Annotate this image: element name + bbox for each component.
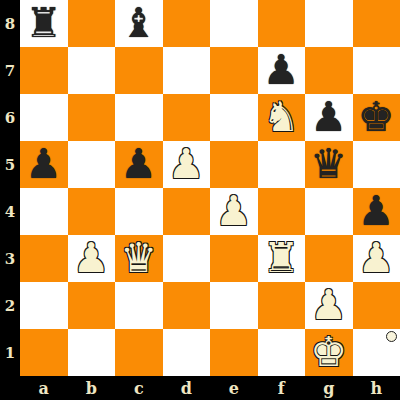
square-a4[interactable] bbox=[20, 188, 68, 235]
file-label-d: d bbox=[163, 376, 211, 400]
square-e7[interactable] bbox=[210, 47, 258, 94]
square-f5[interactable] bbox=[258, 141, 306, 188]
square-g2[interactable]: ♟ bbox=[305, 282, 353, 329]
square-e2[interactable] bbox=[210, 282, 258, 329]
square-h3[interactable]: ♟ bbox=[353, 235, 400, 282]
square-c6[interactable] bbox=[115, 94, 163, 141]
piece-white-king[interactable]: ♚ bbox=[310, 329, 347, 376]
square-f7[interactable]: ♟ bbox=[258, 47, 306, 94]
square-g6[interactable]: ♟ bbox=[305, 94, 353, 141]
piece-white-pawn[interactable]: ♟ bbox=[168, 141, 205, 188]
square-c5[interactable]: ♟ bbox=[115, 141, 163, 188]
file-label-b: b bbox=[68, 376, 116, 400]
square-c7[interactable] bbox=[115, 47, 163, 94]
piece-black-queen[interactable]: ♛ bbox=[310, 141, 347, 188]
rank-label-5: 5 bbox=[0, 141, 20, 188]
piece-black-pawn[interactable]: ♟ bbox=[310, 94, 347, 141]
square-d1[interactable] bbox=[163, 329, 211, 376]
square-d2[interactable] bbox=[163, 282, 211, 329]
square-h4[interactable]: ♟ bbox=[353, 188, 400, 235]
square-d4[interactable] bbox=[163, 188, 211, 235]
piece-white-rook[interactable]: ♜ bbox=[263, 235, 300, 282]
square-a1[interactable] bbox=[20, 329, 68, 376]
chess-board: 8♜♝7♟6♞♟♚5♟♟♟♛4♟♟3♟♛♜♟2♟1♚abcdefgh bbox=[0, 0, 400, 400]
square-d5[interactable]: ♟ bbox=[163, 141, 211, 188]
square-d7[interactable] bbox=[163, 47, 211, 94]
square-h6[interactable]: ♚ bbox=[353, 94, 400, 141]
square-g1[interactable]: ♚ bbox=[305, 329, 353, 376]
square-f4[interactable] bbox=[258, 188, 306, 235]
piece-white-pawn[interactable]: ♟ bbox=[358, 235, 395, 282]
square-b4[interactable] bbox=[68, 188, 116, 235]
square-b8[interactable] bbox=[68, 0, 116, 47]
square-e1[interactable] bbox=[210, 329, 258, 376]
square-b2[interactable] bbox=[68, 282, 116, 329]
piece-white-pawn[interactable]: ♟ bbox=[73, 235, 110, 282]
square-e3[interactable] bbox=[210, 235, 258, 282]
square-b1[interactable] bbox=[68, 329, 116, 376]
square-a3[interactable] bbox=[20, 235, 68, 282]
square-b7[interactable] bbox=[68, 47, 116, 94]
piece-black-pawn[interactable]: ♟ bbox=[358, 188, 395, 235]
piece-white-pawn[interactable]: ♟ bbox=[215, 188, 252, 235]
square-g4[interactable] bbox=[305, 188, 353, 235]
square-f3[interactable]: ♜ bbox=[258, 235, 306, 282]
file-label-e: e bbox=[210, 376, 258, 400]
square-c1[interactable] bbox=[115, 329, 163, 376]
square-f6[interactable]: ♞ bbox=[258, 94, 306, 141]
rank-label-8: 8 bbox=[0, 0, 20, 47]
file-label-a: a bbox=[20, 376, 68, 400]
square-b5[interactable] bbox=[68, 141, 116, 188]
square-g3[interactable] bbox=[305, 235, 353, 282]
square-d3[interactable] bbox=[163, 235, 211, 282]
square-f8[interactable] bbox=[258, 0, 306, 47]
square-d8[interactable] bbox=[163, 0, 211, 47]
piece-white-knight[interactable]: ♞ bbox=[263, 94, 300, 141]
side-to-move-indicator bbox=[386, 331, 397, 342]
square-c4[interactable] bbox=[115, 188, 163, 235]
square-h7[interactable] bbox=[353, 47, 400, 94]
square-h5[interactable] bbox=[353, 141, 400, 188]
piece-black-bishop[interactable]: ♝ bbox=[120, 0, 157, 47]
square-e6[interactable] bbox=[210, 94, 258, 141]
board-corner bbox=[0, 376, 20, 400]
square-e5[interactable] bbox=[210, 141, 258, 188]
square-d6[interactable] bbox=[163, 94, 211, 141]
piece-black-pawn[interactable]: ♟ bbox=[263, 47, 300, 94]
rank-label-2: 2 bbox=[0, 282, 20, 329]
square-g8[interactable] bbox=[305, 0, 353, 47]
rank-label-3: 3 bbox=[0, 235, 20, 282]
rank-label-7: 7 bbox=[0, 47, 20, 94]
square-e4[interactable]: ♟ bbox=[210, 188, 258, 235]
file-label-h: h bbox=[353, 376, 400, 400]
file-label-g: g bbox=[305, 376, 353, 400]
square-c3[interactable]: ♛ bbox=[115, 235, 163, 282]
square-f1[interactable] bbox=[258, 329, 306, 376]
square-f2[interactable] bbox=[258, 282, 306, 329]
square-g7[interactable] bbox=[305, 47, 353, 94]
square-a5[interactable]: ♟ bbox=[20, 141, 68, 188]
square-b3[interactable]: ♟ bbox=[68, 235, 116, 282]
file-label-c: c bbox=[115, 376, 163, 400]
piece-white-pawn[interactable]: ♟ bbox=[310, 282, 347, 329]
square-h8[interactable] bbox=[353, 0, 400, 47]
square-g5[interactable]: ♛ bbox=[305, 141, 353, 188]
square-e8[interactable] bbox=[210, 0, 258, 47]
piece-black-rook[interactable]: ♜ bbox=[25, 0, 62, 47]
rank-label-6: 6 bbox=[0, 94, 20, 141]
square-a6[interactable] bbox=[20, 94, 68, 141]
square-a7[interactable] bbox=[20, 47, 68, 94]
square-c8[interactable]: ♝ bbox=[115, 0, 163, 47]
piece-black-pawn[interactable]: ♟ bbox=[120, 141, 157, 188]
square-a8[interactable]: ♜ bbox=[20, 0, 68, 47]
piece-black-pawn[interactable]: ♟ bbox=[25, 141, 62, 188]
rank-label-1: 1 bbox=[0, 329, 20, 376]
square-c2[interactable] bbox=[115, 282, 163, 329]
chess-puzzle-frame: 8♜♝7♟6♞♟♚5♟♟♟♛4♟♟3♟♛♜♟2♟1♚abcdefgh bbox=[0, 0, 400, 400]
file-label-f: f bbox=[258, 376, 306, 400]
square-h2[interactable] bbox=[353, 282, 400, 329]
square-b6[interactable] bbox=[68, 94, 116, 141]
piece-black-king[interactable]: ♚ bbox=[358, 94, 395, 141]
square-a2[interactable] bbox=[20, 282, 68, 329]
piece-white-queen[interactable]: ♛ bbox=[120, 235, 157, 282]
rank-label-4: 4 bbox=[0, 188, 20, 235]
